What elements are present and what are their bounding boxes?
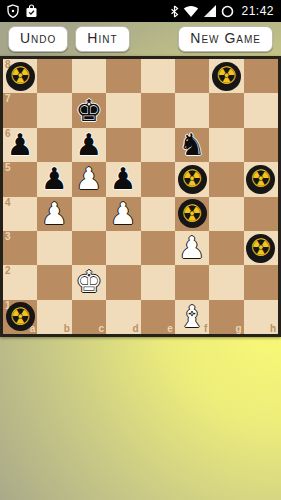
square-d1[interactable]: d [106, 300, 140, 334]
square-h2[interactable] [244, 265, 278, 299]
square-b5[interactable]: ♟ [37, 162, 71, 196]
square-d3[interactable] [106, 231, 140, 265]
radiation-bomb-icon[interactable]: ☢ [212, 62, 241, 91]
radiation-trefoil-glyph: ☢ [181, 167, 203, 191]
square-h6[interactable] [244, 128, 278, 162]
rank-label-5: 5 [5, 162, 11, 173]
radiation-bomb-icon[interactable]: ☢ [246, 165, 275, 194]
bag-check-icon [25, 4, 38, 18]
square-e8[interactable] [141, 59, 175, 93]
shield-icon [7, 4, 19, 18]
square-b2[interactable] [37, 265, 71, 299]
piece-black-pawn[interactable]: ♟ [75, 130, 102, 160]
square-a4[interactable]: 4 [3, 197, 37, 231]
square-a2[interactable]: 2 [3, 265, 37, 299]
piece-black-pawn[interactable]: ♟ [7, 130, 34, 160]
square-e3[interactable] [141, 231, 175, 265]
signal-icon [203, 5, 217, 18]
square-h5[interactable]: ☢ [244, 162, 278, 196]
square-b8[interactable] [37, 59, 71, 93]
square-g7[interactable] [209, 93, 243, 127]
rank-label-4: 4 [5, 197, 11, 208]
square-d4[interactable]: ♟ [106, 197, 140, 231]
radiation-bomb-icon[interactable]: ☢ [178, 165, 207, 194]
toolbar: Undo Hint New Game [0, 22, 281, 56]
square-a6[interactable]: 6♟ [3, 128, 37, 162]
square-g6[interactable] [209, 128, 243, 162]
square-d7[interactable] [106, 93, 140, 127]
square-h8[interactable] [244, 59, 278, 93]
square-f6[interactable]: ♞ [175, 128, 209, 162]
square-e5[interactable] [141, 162, 175, 196]
radiation-bomb-icon[interactable]: ☢ [246, 234, 275, 263]
piece-white-bishop[interactable]: ♝ [179, 302, 206, 332]
radiation-bomb-icon[interactable]: ☢ [6, 62, 35, 91]
square-f2[interactable] [175, 265, 209, 299]
piece-white-pawn[interactable]: ♟ [41, 199, 68, 229]
piece-black-knight[interactable]: ♞ [179, 130, 206, 160]
file-label-d: d [132, 323, 138, 334]
square-f8[interactable] [175, 59, 209, 93]
square-f7[interactable] [175, 93, 209, 127]
piece-white-pawn[interactable]: ♟ [75, 164, 102, 194]
square-c7[interactable]: ♚ [72, 93, 106, 127]
square-b4[interactable]: ♟ [37, 197, 71, 231]
square-d5[interactable]: ♟ [106, 162, 140, 196]
battery-circle-icon [221, 5, 234, 18]
file-label-g: g [236, 323, 242, 334]
file-label-h: h [270, 323, 276, 334]
square-h7[interactable] [244, 93, 278, 127]
square-b7[interactable] [37, 93, 71, 127]
square-e6[interactable] [141, 128, 175, 162]
square-a3[interactable]: 3 [3, 231, 37, 265]
radiation-trefoil-glyph: ☢ [216, 64, 238, 88]
square-b1[interactable]: b [37, 300, 71, 334]
undo-button[interactable]: Undo [8, 26, 68, 52]
square-c6[interactable]: ♟ [72, 128, 106, 162]
square-c4[interactable] [72, 197, 106, 231]
status-bar-left [7, 4, 38, 18]
status-bar: 21:42 [0, 0, 281, 22]
square-d2[interactable] [106, 265, 140, 299]
square-e4[interactable] [141, 197, 175, 231]
file-label-c: c [99, 323, 105, 334]
square-c1[interactable]: c [72, 300, 106, 334]
square-h3[interactable]: ☢ [244, 231, 278, 265]
hint-button[interactable]: Hint [75, 26, 129, 52]
radiation-trefoil-glyph: ☢ [181, 202, 203, 226]
square-d6[interactable] [106, 128, 140, 162]
square-f5[interactable]: ☢ [175, 162, 209, 196]
square-g1[interactable]: g [209, 300, 243, 334]
square-f4[interactable]: ☢ [175, 197, 209, 231]
square-c5[interactable]: ♟ [72, 162, 106, 196]
chess-board: 8☢☢7♚6♟♟♞5♟♟♟☢☢4♟♟☢3♟☢2♚1a☢bcdef♝gh [0, 56, 281, 337]
square-b3[interactable] [37, 231, 71, 265]
piece-white-pawn[interactable]: ♟ [179, 233, 206, 263]
square-c3[interactable] [72, 231, 106, 265]
square-g4[interactable] [209, 197, 243, 231]
piece-black-king[interactable]: ♚ [75, 96, 102, 126]
square-g8[interactable]: ☢ [209, 59, 243, 93]
piece-black-pawn[interactable]: ♟ [110, 164, 137, 194]
radiation-bomb-icon[interactable]: ☢ [178, 199, 207, 228]
status-bar-right: 21:42 [170, 4, 274, 18]
square-c2[interactable]: ♚ [72, 265, 106, 299]
square-h4[interactable] [244, 197, 278, 231]
square-b6[interactable] [37, 128, 71, 162]
square-h1[interactable]: h [244, 300, 278, 334]
rank-label-7: 7 [5, 93, 11, 104]
square-a5[interactable]: 5 [3, 162, 37, 196]
clock-time: 21:42 [241, 4, 274, 18]
wifi-icon [183, 5, 199, 18]
file-label-e: e [167, 323, 173, 334]
square-c8[interactable] [72, 59, 106, 93]
square-a1[interactable]: 1a☢ [3, 300, 37, 334]
square-a7[interactable]: 7 [3, 93, 37, 127]
square-f1[interactable]: f♝ [175, 300, 209, 334]
square-e7[interactable] [141, 93, 175, 127]
phone-screen: 21:42 Undo Hint New Game 8☢☢7♚6♟♟♞5♟♟♟☢☢… [0, 0, 281, 500]
radiation-trefoil-glyph: ☢ [9, 64, 31, 88]
bluetooth-icon [170, 5, 179, 18]
rank-label-2: 2 [5, 265, 11, 276]
piece-white-king[interactable]: ♚ [75, 267, 102, 297]
file-label-b: b [64, 323, 70, 334]
radiation-trefoil-glyph: ☢ [250, 236, 272, 260]
square-g3[interactable] [209, 231, 243, 265]
piece-white-pawn[interactable]: ♟ [110, 199, 137, 229]
piece-black-pawn[interactable]: ♟ [41, 164, 68, 194]
radiation-trefoil-glyph: ☢ [9, 305, 31, 329]
new-game-button[interactable]: New Game [178, 26, 273, 52]
square-d8[interactable] [106, 59, 140, 93]
radiation-trefoil-glyph: ☢ [250, 167, 272, 191]
square-a8[interactable]: 8☢ [3, 59, 37, 93]
radiation-bomb-icon[interactable]: ☢ [6, 302, 35, 331]
square-g5[interactable] [209, 162, 243, 196]
square-e1[interactable]: e [141, 300, 175, 334]
rank-label-3: 3 [5, 231, 11, 242]
square-g2[interactable] [209, 265, 243, 299]
square-f3[interactable]: ♟ [175, 231, 209, 265]
square-e2[interactable] [141, 265, 175, 299]
